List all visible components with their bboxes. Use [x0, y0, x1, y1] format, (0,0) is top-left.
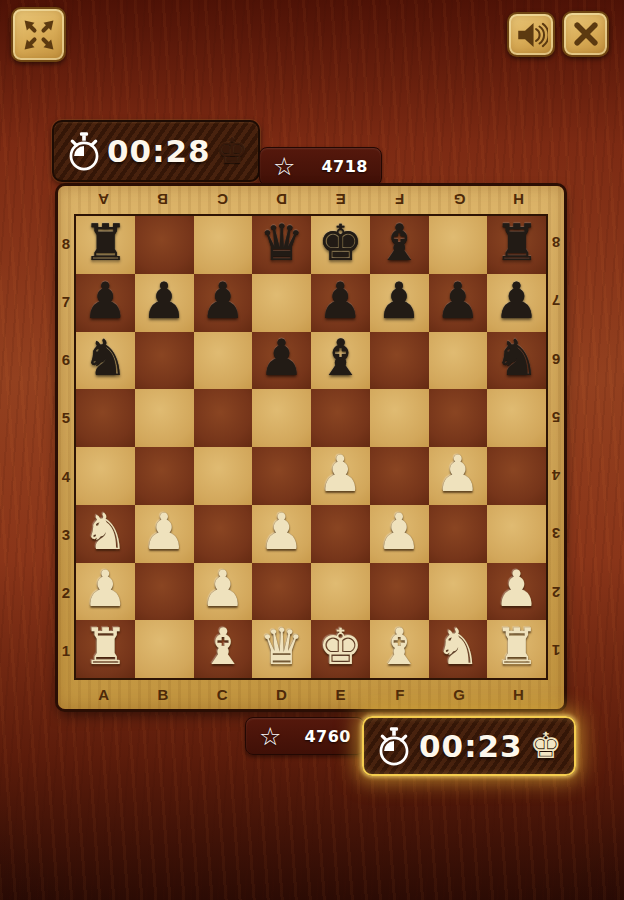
white-clock: 00:23 [412, 728, 530, 764]
piece-black-knight-h6: ♞ [494, 333, 539, 383]
square-d6[interactable]: ♟ [252, 332, 311, 390]
coord-label: 4 [58, 447, 74, 505]
square-f4[interactable] [370, 447, 429, 505]
piece-white-pawn-h2: ♟ [494, 564, 539, 614]
square-f8[interactable]: ♝ [370, 216, 429, 274]
square-b7[interactable]: ♟ [135, 274, 194, 332]
coord-label: C [193, 682, 252, 706]
speaker-icon [514, 19, 548, 51]
sound-button[interactable] [507, 12, 555, 57]
piece-white-rook-a1: ♜ [83, 622, 128, 672]
piece-white-knight-g1: ♞ [435, 622, 480, 672]
piece-black-king-e8: ♚ [318, 218, 363, 268]
coord-label: B [133, 682, 192, 706]
square-e1[interactable]: ♚ [311, 620, 370, 678]
square-f2[interactable] [370, 563, 429, 621]
game-screen: 00:28 ♚ ☆ 4718 ABCDEFGH 87654321 8765432… [0, 0, 624, 900]
square-b2[interactable] [135, 563, 194, 621]
coord-label: 7 [548, 272, 564, 330]
square-h3[interactable] [487, 505, 546, 563]
square-g1[interactable]: ♞ [429, 620, 488, 678]
square-e4[interactable]: ♟ [311, 447, 370, 505]
piece-black-knight-a6: ♞ [83, 333, 128, 383]
coord-label: 5 [58, 389, 74, 447]
square-g5[interactable] [429, 389, 488, 447]
piece-white-king-e1: ♚ [318, 622, 363, 672]
square-d5[interactable] [252, 389, 311, 447]
square-e8[interactable]: ♚ [311, 216, 370, 274]
piece-black-bishop-f8: ♝ [377, 218, 422, 268]
piece-white-queen-d1: ♛ [259, 622, 304, 672]
white-rating-badge: ☆ 4760 [245, 717, 365, 755]
close-icon [570, 18, 602, 50]
file-labels-top: ABCDEFGH [74, 188, 548, 212]
square-b1[interactable] [135, 620, 194, 678]
fullscreen-arrows-icon [21, 17, 57, 53]
close-button[interactable] [562, 11, 609, 57]
square-b8[interactable] [135, 216, 194, 274]
square-e7[interactable]: ♟ [311, 274, 370, 332]
coord-label: 7 [58, 272, 74, 330]
square-d2[interactable] [252, 563, 311, 621]
star-icon: ☆ [259, 724, 281, 749]
square-a6[interactable]: ♞ [76, 332, 135, 390]
piece-black-pawn-e7: ♟ [318, 276, 363, 326]
square-g4[interactable]: ♟ [429, 447, 488, 505]
square-b5[interactable] [135, 389, 194, 447]
piece-black-pawn-a7: ♟ [83, 276, 128, 326]
square-c3[interactable] [194, 505, 253, 563]
piece-black-pawn-c7: ♟ [200, 276, 245, 326]
piece-white-knight-a3: ♞ [83, 507, 128, 557]
square-h6[interactable]: ♞ [487, 332, 546, 390]
piece-black-bishop-e6: ♝ [318, 333, 363, 383]
coord-label: 1 [548, 622, 564, 680]
coord-label: 3 [58, 505, 74, 563]
square-d8[interactable]: ♛ [252, 216, 311, 274]
square-f5[interactable] [370, 389, 429, 447]
piece-white-pawn-b3: ♟ [142, 507, 187, 557]
square-c6[interactable] [194, 332, 253, 390]
coord-label: F [370, 188, 429, 212]
square-a5[interactable] [76, 389, 135, 447]
square-e3[interactable] [311, 505, 370, 563]
piece-white-bishop-f1: ♝ [377, 622, 422, 672]
piece-white-pawn-c2: ♟ [200, 564, 245, 614]
square-g2[interactable] [429, 563, 488, 621]
piece-black-rook-h8: ♜ [494, 218, 539, 268]
square-d3[interactable]: ♟ [252, 505, 311, 563]
coord-label: 1 [58, 622, 74, 680]
square-c8[interactable] [194, 216, 253, 274]
coord-label: H [489, 682, 548, 706]
black-clock: 00:28 [102, 133, 216, 169]
square-a7[interactable]: ♟ [76, 274, 135, 332]
square-e2[interactable] [311, 563, 370, 621]
coord-label: E [311, 682, 370, 706]
rank-labels-right: 87654321 [548, 214, 564, 680]
square-g8[interactable] [429, 216, 488, 274]
coord-label: G [430, 682, 489, 706]
square-c4[interactable] [194, 447, 253, 505]
square-g7[interactable]: ♟ [429, 274, 488, 332]
coord-label: G [430, 188, 489, 212]
coord-label: A [74, 188, 133, 212]
black-king-icon: ♚ [216, 133, 248, 169]
coord-label: A [74, 682, 133, 706]
square-h7[interactable]: ♟ [487, 274, 546, 332]
square-h1[interactable]: ♜ [487, 620, 546, 678]
black-rating-badge: ☆ 4718 [259, 147, 382, 186]
coord-label: 6 [58, 331, 74, 389]
coord-label: C [193, 188, 252, 212]
square-h8[interactable]: ♜ [487, 216, 546, 274]
fullscreen-button[interactable] [11, 7, 66, 62]
square-a8[interactable]: ♜ [76, 216, 135, 274]
rank-labels-left: 87654321 [58, 214, 74, 680]
square-e6[interactable]: ♝ [311, 332, 370, 390]
coord-label: F [370, 682, 429, 706]
piece-white-pawn-f3: ♟ [377, 507, 422, 557]
coord-label: B [133, 188, 192, 212]
coord-label: 5 [548, 389, 564, 447]
piece-white-pawn-d3: ♟ [259, 507, 304, 557]
square-a3[interactable]: ♞ [76, 505, 135, 563]
square-a2[interactable]: ♟ [76, 563, 135, 621]
file-labels-bottom: ABCDEFGH [74, 682, 548, 706]
square-h5[interactable] [487, 389, 546, 447]
piece-black-rook-a8: ♜ [83, 218, 128, 268]
coord-label: D [252, 188, 311, 212]
square-c5[interactable] [194, 389, 253, 447]
piece-black-pawn-f7: ♟ [377, 276, 422, 326]
white-king-icon: ♚ [530, 728, 562, 764]
square-d7[interactable] [252, 274, 311, 332]
piece-black-pawn-d6: ♟ [259, 333, 304, 383]
stopwatch-icon [376, 726, 412, 767]
piece-white-bishop-c1: ♝ [200, 622, 245, 672]
piece-black-queen-d8: ♛ [259, 218, 304, 268]
coord-label: 2 [58, 564, 74, 622]
piece-white-rook-h1: ♜ [494, 622, 539, 672]
square-c7[interactable]: ♟ [194, 274, 253, 332]
coord-label: 6 [548, 331, 564, 389]
square-e5[interactable] [311, 389, 370, 447]
coord-label: 3 [548, 505, 564, 563]
coord-label: 4 [548, 447, 564, 505]
piece-black-pawn-g7: ♟ [435, 276, 480, 326]
square-f1[interactable]: ♝ [370, 620, 429, 678]
piece-black-pawn-h7: ♟ [494, 276, 539, 326]
square-a1[interactable]: ♜ [76, 620, 135, 678]
coord-label: 2 [548, 564, 564, 622]
piece-white-pawn-g4: ♟ [435, 449, 480, 499]
square-b6[interactable] [135, 332, 194, 390]
square-f6[interactable] [370, 332, 429, 390]
board-grid: ♜♛♚♝♜♟♟♟♟♟♟♟♞♟♝♞♟♟♞♟♟♟♟♟♟♜♝♛♚♝♞♜ [74, 214, 548, 680]
square-a4[interactable] [76, 447, 135, 505]
coord-label: H [489, 188, 548, 212]
black-rating: 4718 [321, 157, 368, 176]
coord-label: 8 [58, 214, 74, 272]
coord-label: 8 [548, 214, 564, 272]
square-d1[interactable]: ♛ [252, 620, 311, 678]
square-f7[interactable]: ♟ [370, 274, 429, 332]
square-d4[interactable] [252, 447, 311, 505]
square-b4[interactable] [135, 447, 194, 505]
square-h2[interactable]: ♟ [487, 563, 546, 621]
square-g3[interactable] [429, 505, 488, 563]
chess-board: ABCDEFGH 87654321 87654321 ABCDEFGH ♜♛♚♝… [58, 186, 564, 709]
piece-black-pawn-b7: ♟ [142, 276, 187, 326]
square-c2[interactable]: ♟ [194, 563, 253, 621]
square-c1[interactable]: ♝ [194, 620, 253, 678]
piece-white-pawn-a2: ♟ [83, 564, 128, 614]
square-b3[interactable]: ♟ [135, 505, 194, 563]
white-timer-panel-active: 00:23 ♚ [362, 716, 576, 776]
stopwatch-icon [66, 131, 102, 172]
coord-label: E [311, 188, 370, 212]
coord-label: D [252, 682, 311, 706]
square-h4[interactable] [487, 447, 546, 505]
square-g6[interactable] [429, 332, 488, 390]
square-f3[interactable]: ♟ [370, 505, 429, 563]
black-timer-panel: 00:28 ♚ [52, 120, 260, 182]
white-rating: 4760 [304, 727, 351, 746]
star-icon: ☆ [273, 154, 295, 179]
piece-white-pawn-e4: ♟ [318, 449, 363, 499]
